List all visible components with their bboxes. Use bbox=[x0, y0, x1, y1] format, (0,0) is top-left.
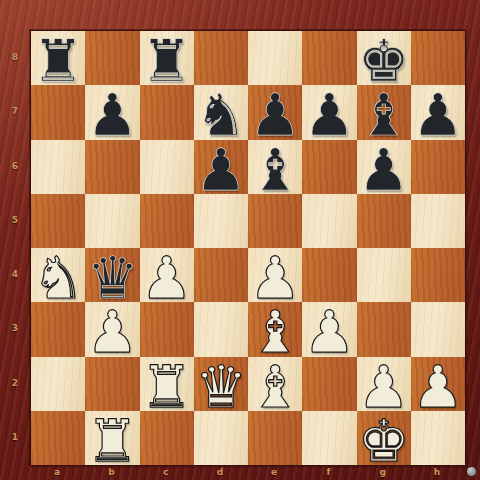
rank-label-3: 3 bbox=[0, 301, 30, 355]
piece-black-pawn: ♟ bbox=[86, 86, 138, 139]
square-g4[interactable] bbox=[357, 248, 411, 302]
square-h2[interactable]: ♟ bbox=[411, 357, 465, 411]
square-f4[interactable] bbox=[302, 248, 356, 302]
square-e8[interactable] bbox=[248, 31, 302, 85]
square-b4[interactable]: ♛ bbox=[85, 248, 139, 302]
piece-white-bishop: ♝ bbox=[249, 358, 301, 411]
piece-white-pawn: ♟ bbox=[358, 358, 410, 411]
rank-label-6: 6 bbox=[0, 139, 30, 193]
piece-black-bishop: ♝ bbox=[249, 141, 301, 194]
square-f8[interactable] bbox=[302, 31, 356, 85]
piece-white-pawn: ♟ bbox=[249, 249, 301, 302]
piece-black-pawn: ♟ bbox=[195, 141, 247, 194]
square-h8[interactable] bbox=[411, 31, 465, 85]
chess-board: ♜♜♚♟♞♟♟♝♟♟♝♟♞♛♟♟♟♝♟♜♛♝♟♟♜♚ bbox=[30, 30, 466, 466]
rank-label-5: 5 bbox=[0, 193, 30, 247]
square-b7[interactable]: ♟ bbox=[85, 85, 139, 139]
square-b6[interactable] bbox=[85, 140, 139, 194]
piece-white-bishop: ♝ bbox=[249, 303, 301, 356]
square-f2[interactable] bbox=[302, 357, 356, 411]
square-f1[interactable] bbox=[302, 411, 356, 465]
square-e6[interactable]: ♝ bbox=[248, 140, 302, 194]
square-d6[interactable]: ♟ bbox=[194, 140, 248, 194]
piece-black-pawn: ♟ bbox=[358, 141, 410, 194]
piece-white-queen: ♛ bbox=[195, 358, 247, 411]
square-h5[interactable] bbox=[411, 194, 465, 248]
square-c3[interactable] bbox=[140, 302, 194, 356]
piece-black-rook: ♜ bbox=[141, 32, 193, 85]
square-b2[interactable] bbox=[85, 357, 139, 411]
square-c1[interactable] bbox=[140, 411, 194, 465]
piece-white-pawn: ♟ bbox=[412, 358, 464, 411]
corner-dot bbox=[467, 467, 476, 476]
piece-black-pawn: ♟ bbox=[412, 86, 464, 139]
square-c2[interactable]: ♜ bbox=[140, 357, 194, 411]
square-h1[interactable] bbox=[411, 411, 465, 465]
square-d1[interactable] bbox=[194, 411, 248, 465]
square-a1[interactable] bbox=[31, 411, 85, 465]
square-e1[interactable] bbox=[248, 411, 302, 465]
square-f6[interactable] bbox=[302, 140, 356, 194]
square-d4[interactable] bbox=[194, 248, 248, 302]
square-c5[interactable] bbox=[140, 194, 194, 248]
rank-label-2: 2 bbox=[0, 356, 30, 410]
square-a3[interactable] bbox=[31, 302, 85, 356]
piece-black-queen: ♛ bbox=[86, 249, 138, 302]
square-a2[interactable] bbox=[31, 357, 85, 411]
piece-black-bishop: ♝ bbox=[358, 86, 410, 139]
square-g5[interactable] bbox=[357, 194, 411, 248]
piece-black-king: ♚ bbox=[358, 32, 410, 85]
piece-white-knight: ♞ bbox=[32, 249, 84, 302]
square-g1[interactable]: ♚ bbox=[357, 411, 411, 465]
square-a4[interactable]: ♞ bbox=[31, 248, 85, 302]
square-f3[interactable]: ♟ bbox=[302, 302, 356, 356]
square-a7[interactable] bbox=[31, 85, 85, 139]
rank-label-7: 7 bbox=[0, 84, 30, 138]
square-h6[interactable] bbox=[411, 140, 465, 194]
square-c4[interactable]: ♟ bbox=[140, 248, 194, 302]
square-g3[interactable] bbox=[357, 302, 411, 356]
piece-black-knight: ♞ bbox=[195, 86, 247, 139]
square-h4[interactable] bbox=[411, 248, 465, 302]
square-g6[interactable]: ♟ bbox=[357, 140, 411, 194]
square-d3[interactable] bbox=[194, 302, 248, 356]
square-e4[interactable]: ♟ bbox=[248, 248, 302, 302]
square-g2[interactable]: ♟ bbox=[357, 357, 411, 411]
piece-black-pawn: ♟ bbox=[249, 86, 301, 139]
square-e3[interactable]: ♝ bbox=[248, 302, 302, 356]
file-label-e: e bbox=[247, 464, 301, 480]
square-c6[interactable] bbox=[140, 140, 194, 194]
file-label-g: g bbox=[356, 464, 410, 480]
piece-black-rook: ♜ bbox=[32, 32, 84, 85]
square-b8[interactable] bbox=[85, 31, 139, 85]
file-label-c: c bbox=[139, 464, 193, 480]
square-d7[interactable]: ♞ bbox=[194, 85, 248, 139]
square-e2[interactable]: ♝ bbox=[248, 357, 302, 411]
square-h7[interactable]: ♟ bbox=[411, 85, 465, 139]
square-b3[interactable]: ♟ bbox=[85, 302, 139, 356]
piece-white-pawn: ♟ bbox=[86, 303, 138, 356]
square-a8[interactable]: ♜ bbox=[31, 31, 85, 85]
square-d2[interactable]: ♛ bbox=[194, 357, 248, 411]
rank-label-8: 8 bbox=[0, 30, 30, 84]
file-label-h: h bbox=[410, 464, 464, 480]
piece-white-king: ♚ bbox=[358, 412, 410, 465]
chess-board-frame: ♜♜♚♟♞♟♟♝♟♟♝♟♞♛♟♟♟♝♟♜♛♝♟♟♜♚ 87654321abcde… bbox=[0, 0, 480, 480]
square-f7[interactable]: ♟ bbox=[302, 85, 356, 139]
square-a6[interactable] bbox=[31, 140, 85, 194]
square-b1[interactable]: ♜ bbox=[85, 411, 139, 465]
square-h3[interactable] bbox=[411, 302, 465, 356]
square-c8[interactable]: ♜ bbox=[140, 31, 194, 85]
square-f5[interactable] bbox=[302, 194, 356, 248]
square-e7[interactable]: ♟ bbox=[248, 85, 302, 139]
piece-black-pawn: ♟ bbox=[303, 86, 355, 139]
square-d5[interactable] bbox=[194, 194, 248, 248]
square-e5[interactable] bbox=[248, 194, 302, 248]
file-label-f: f bbox=[301, 464, 355, 480]
square-g7[interactable]: ♝ bbox=[357, 85, 411, 139]
rank-label-1: 1 bbox=[0, 410, 30, 464]
square-a5[interactable] bbox=[31, 194, 85, 248]
file-label-a: a bbox=[30, 464, 84, 480]
square-b5[interactable] bbox=[85, 194, 139, 248]
piece-white-pawn: ♟ bbox=[303, 303, 355, 356]
piece-white-pawn: ♟ bbox=[141, 249, 193, 302]
square-g8[interactable]: ♚ bbox=[357, 31, 411, 85]
file-label-b: b bbox=[84, 464, 138, 480]
square-c7[interactable] bbox=[140, 85, 194, 139]
square-d8[interactable] bbox=[194, 31, 248, 85]
rank-label-4: 4 bbox=[0, 247, 30, 301]
piece-white-rook: ♜ bbox=[86, 412, 138, 465]
file-label-d: d bbox=[193, 464, 247, 480]
piece-white-rook: ♜ bbox=[141, 358, 193, 411]
